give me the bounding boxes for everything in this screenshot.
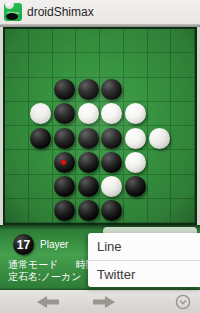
cell-a7[interactable] (5, 175, 29, 199)
cell-a8[interactable] (5, 199, 29, 223)
overflow-menu-button[interactable] (172, 290, 194, 313)
cell-g7[interactable] (148, 175, 172, 199)
app-icon-white-disc (5, 3, 14, 9)
black-disc (78, 200, 99, 221)
cell-g5[interactable] (148, 126, 172, 150)
cell-b1[interactable] (29, 29, 53, 53)
cell-e3[interactable] (100, 78, 124, 102)
black-disc (78, 79, 99, 100)
board-section (0, 27, 200, 225)
black-disc (78, 128, 99, 149)
cell-e7[interactable] (100, 175, 124, 199)
back-arrow-icon (36, 296, 60, 308)
cell-h7[interactable] (171, 175, 195, 199)
cell-g6[interactable] (148, 150, 172, 174)
cell-h4[interactable] (171, 102, 195, 126)
cell-b3[interactable] (29, 78, 53, 102)
board-grid (5, 29, 195, 223)
cell-h8[interactable] (171, 199, 195, 223)
white-disc (30, 103, 51, 124)
app-icon: shimax (4, 3, 22, 21)
cell-e1[interactable] (100, 29, 124, 53)
cell-e2[interactable] (100, 53, 124, 77)
bottom-bar (0, 290, 200, 313)
cell-g2[interactable] (148, 53, 172, 77)
black-disc (78, 176, 99, 197)
cell-f1[interactable] (124, 29, 148, 53)
cell-c1[interactable] (53, 29, 77, 53)
cell-d3[interactable] (76, 78, 100, 102)
white-disc (125, 103, 146, 124)
cell-f6[interactable] (124, 150, 148, 174)
cell-e8[interactable] (100, 199, 124, 223)
black-disc (54, 79, 75, 100)
cell-h6[interactable] (171, 150, 195, 174)
black-score-disc: 17 (13, 234, 34, 255)
menu-item-twitter[interactable]: Twitter (88, 260, 200, 288)
cell-a1[interactable] (5, 29, 29, 53)
cell-b5[interactable] (29, 126, 53, 150)
cell-a5[interactable] (5, 126, 29, 150)
cell-d7[interactable] (76, 175, 100, 199)
black-disc (30, 128, 51, 149)
white-disc (78, 103, 99, 124)
black-disc (54, 152, 75, 173)
app-title: droidShimax (27, 0, 94, 24)
cell-b8[interactable] (29, 199, 53, 223)
black-disc (54, 176, 75, 197)
othello-board (3, 27, 197, 225)
cell-g4[interactable] (148, 102, 172, 126)
black-disc (101, 79, 122, 100)
cell-c5[interactable] (53, 126, 77, 150)
cell-d1[interactable] (76, 29, 100, 53)
cell-h2[interactable] (171, 53, 195, 77)
cell-c4[interactable] (53, 102, 77, 126)
cell-d5[interactable] (76, 126, 100, 150)
cell-e5[interactable] (100, 126, 124, 150)
share-menu: Line Twitter (88, 233, 200, 287)
cell-c2[interactable] (53, 53, 77, 77)
menu-item-line[interactable]: Line (88, 233, 200, 260)
forward-arrow-button[interactable] (90, 290, 118, 313)
opening-name-text: 定石名:ノーカン (8, 270, 81, 284)
white-disc (125, 152, 146, 173)
black-disc-count: 17 (17, 238, 30, 252)
last-move-marker (61, 160, 66, 165)
cell-a4[interactable] (5, 102, 29, 126)
app-icon-black-disc (6, 13, 18, 20)
title-bar: shimax droidShimax (0, 0, 200, 24)
cell-e6[interactable] (100, 150, 124, 174)
black-disc (101, 128, 122, 149)
cell-a6[interactable] (5, 150, 29, 174)
cell-b7[interactable] (29, 175, 53, 199)
cell-d8[interactable] (76, 199, 100, 223)
cell-d6[interactable] (76, 150, 100, 174)
cell-g1[interactable] (148, 29, 172, 53)
cell-b4[interactable] (29, 102, 53, 126)
cell-f3[interactable] (124, 78, 148, 102)
cell-f7[interactable] (124, 175, 148, 199)
black-disc (78, 152, 99, 173)
cell-h1[interactable] (171, 29, 195, 53)
cell-f5[interactable] (124, 126, 148, 150)
cell-f8[interactable] (124, 199, 148, 223)
white-disc (101, 103, 122, 124)
cell-f4[interactable] (124, 102, 148, 126)
black-disc (54, 103, 75, 124)
cell-e4[interactable] (100, 102, 124, 126)
black-disc (54, 128, 75, 149)
cell-g8[interactable] (148, 199, 172, 223)
forward-arrow-icon (92, 296, 116, 308)
cell-f2[interactable] (124, 53, 148, 77)
cell-b6[interactable] (29, 150, 53, 174)
white-disc (149, 128, 170, 149)
white-disc (101, 176, 122, 197)
player-label: Player (40, 239, 68, 250)
cell-a2[interactable] (5, 53, 29, 77)
cell-c8[interactable] (53, 199, 77, 223)
cell-g3[interactable] (148, 78, 172, 102)
cell-d4[interactable] (76, 102, 100, 126)
back-arrow-button[interactable] (34, 290, 62, 313)
cell-c3[interactable] (53, 78, 77, 102)
cell-c6[interactable] (53, 150, 77, 174)
cell-d2[interactable] (76, 53, 100, 77)
black-disc (101, 200, 122, 221)
circle-down-icon (175, 294, 191, 310)
black-disc (54, 200, 75, 221)
cell-h3[interactable] (171, 78, 195, 102)
black-disc (125, 176, 146, 197)
cell-h5[interactable] (171, 126, 195, 150)
white-disc (125, 128, 146, 149)
cell-a3[interactable] (5, 78, 29, 102)
cell-c7[interactable] (53, 175, 77, 199)
cell-b2[interactable] (29, 53, 53, 77)
black-disc (101, 152, 122, 173)
